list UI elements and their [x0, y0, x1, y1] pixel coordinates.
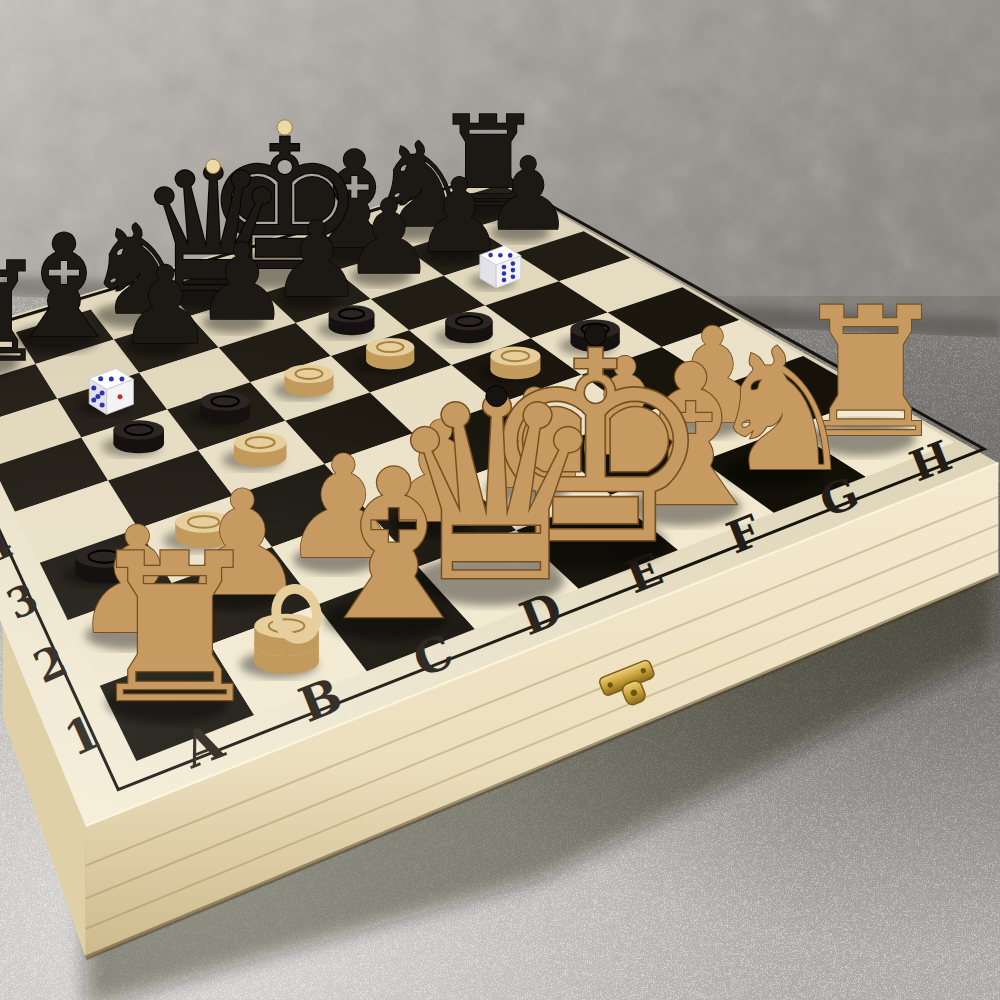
dark-spike-finial — [584, 324, 606, 346]
light-ball-finial — [206, 159, 220, 173]
svg-text:♟: ♟ — [117, 243, 213, 368]
svg-text:♝: ♝ — [301, 426, 486, 666]
photo-scene: ABCDEFGH12345678♜♞♟♝♟♚♟♛♟♞♟♝♟♜♟♜♟♞♟♝♟♚♟♛… — [0, 0, 1000, 1000]
svg-text:♜: ♜ — [0, 233, 48, 392]
black-rook-a8[interactable]: ♜ — [0, 233, 48, 392]
black-pawn-c7[interactable]: ♟ — [117, 243, 213, 368]
white-rook-a1[interactable]: ♜ — [83, 510, 267, 748]
chess-board-scene: ABCDEFGH12345678♜♞♟♝♟♚♟♛♟♞♟♝♟♜♟♜♟♞♟♝♟♚♟♛… — [0, 0, 1000, 1000]
svg-text:♜: ♜ — [83, 510, 267, 748]
white-bishop-c1[interactable]: ♝ — [301, 426, 486, 666]
dark-ball-finial — [486, 385, 507, 406]
